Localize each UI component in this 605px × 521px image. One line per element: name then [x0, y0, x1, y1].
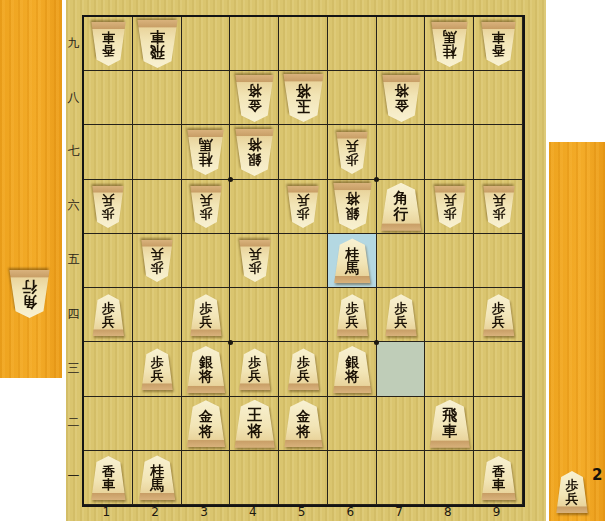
rank-label-三: 三 — [66, 362, 81, 374]
square-5七[interactable] — [279, 125, 328, 179]
piece-kanji: 兵 — [102, 194, 115, 207]
piece-歩兵-7四[interactable]: 歩兵 — [385, 294, 417, 336]
piece-kanji: 将 — [199, 369, 213, 383]
square-3二[interactable]: 金将 — [182, 397, 231, 451]
piece-歩兵-2三[interactable]: 歩兵 — [141, 348, 173, 390]
hand-count-pawns: 2 — [592, 466, 602, 484]
piece-kanji: 銀 — [248, 153, 262, 167]
piece-香車-9一[interactable]: 香車 — [481, 456, 516, 500]
square-4九[interactable] — [230, 17, 279, 71]
piece-kanji: 車 — [102, 31, 115, 44]
piece-金将-4八[interactable]: 金将 — [235, 75, 274, 122]
square-8三[interactable] — [425, 342, 474, 396]
square-1一[interactable]: 香車 — [84, 451, 133, 505]
gote-captured-tray[interactable] — [0, 0, 62, 378]
piece-kanji: 車 — [442, 424, 457, 439]
piece-歩兵-2五[interactable]: 歩兵 — [141, 240, 173, 282]
piece-王将-4二[interactable]: 王将 — [234, 400, 275, 448]
piece-kanji: 兵 — [248, 369, 261, 382]
rank-label-七: 七 — [66, 145, 81, 157]
piece-kanji: 将 — [296, 424, 310, 438]
square-1八[interactable] — [84, 71, 133, 125]
piece-kanji: 兵 — [395, 315, 408, 328]
square-7四[interactable]: 歩兵 — [377, 288, 426, 342]
square-7八[interactable]: 金将 — [377, 71, 426, 125]
square-9四[interactable]: 歩兵 — [474, 288, 523, 342]
file-label-2: 2 — [145, 506, 165, 519]
piece-kanji: 馬 — [443, 30, 457, 44]
square-2四[interactable] — [133, 288, 182, 342]
piece-kanji: 金 — [394, 98, 408, 112]
file-label-1: 1 — [96, 506, 116, 519]
square-4六[interactable] — [230, 180, 279, 234]
piece-kanji: 兵 — [492, 194, 505, 207]
shogi-app-window: 香車飛車桂馬香車金将玉将金将桂馬銀将歩兵歩兵歩兵歩兵銀将角行歩兵歩兵歩兵歩兵桂馬… — [0, 0, 605, 521]
piece-kanji: 兵 — [443, 194, 456, 207]
square-8四[interactable] — [425, 288, 474, 342]
piece-face: 歩兵 — [141, 240, 173, 282]
square-5九[interactable] — [279, 17, 328, 71]
piece-kanji: 桂 — [150, 464, 164, 478]
square-4三[interactable]: 歩兵 — [230, 342, 279, 396]
piece-kanji: 将 — [248, 138, 262, 152]
square-1七[interactable] — [84, 125, 133, 179]
piece-kanji: 銀 — [345, 355, 359, 369]
piece-kanji: 兵 — [566, 492, 579, 505]
square-5三[interactable]: 歩兵 — [279, 342, 328, 396]
rank-label-八: 八 — [66, 91, 81, 103]
square-5六[interactable]: 歩兵 — [279, 180, 328, 234]
piece-香車-1九[interactable]: 香車 — [91, 22, 126, 66]
piece-face: 香車 — [91, 456, 126, 500]
piece-kanji: 桂 — [443, 44, 457, 58]
piece-飛車-2九[interactable]: 飛車 — [137, 20, 178, 68]
piece-kanji: 将 — [199, 424, 213, 438]
piece-kanji: 兵 — [102, 315, 115, 328]
piece-金将-3二[interactable]: 金将 — [186, 400, 225, 447]
square-2九[interactable]: 飛車 — [133, 17, 182, 71]
piece-歩兵-9四[interactable]: 歩兵 — [483, 294, 515, 336]
piece-face: 歩兵 — [287, 348, 319, 390]
square-6四[interactable]: 歩兵 — [328, 288, 377, 342]
piece-kanji: 歩 — [297, 356, 310, 369]
square-2一[interactable]: 桂馬 — [133, 451, 182, 505]
piece-kanji: 馬 — [150, 478, 164, 492]
piece-face: 歩兵 — [483, 186, 515, 228]
rank-label-九: 九 — [66, 37, 81, 49]
piece-歩兵-6七[interactable]: 歩兵 — [336, 132, 368, 174]
square-8九[interactable]: 桂馬 — [425, 17, 474, 71]
piece-kanji: 角 — [22, 294, 37, 309]
piece-face: 金将 — [186, 400, 225, 447]
piece-銀将-6三[interactable]: 銀将 — [333, 346, 372, 393]
square-8二[interactable]: 飛車 — [425, 397, 474, 451]
piece-kanji: 歩 — [199, 302, 212, 315]
piece-face: 角行 — [9, 270, 50, 318]
square-1九[interactable]: 香車 — [84, 17, 133, 71]
piece-face: 王将 — [234, 400, 275, 448]
piece-飛車-8二[interactable]: 飛車 — [429, 400, 470, 448]
square-6五[interactable]: 桂馬 — [328, 234, 377, 288]
piece-kanji: 歩 — [248, 356, 261, 369]
piece-kanji: 香 — [102, 465, 115, 478]
piece-face: 飛車 — [137, 20, 178, 68]
square-7六[interactable]: 角行 — [377, 180, 426, 234]
piece-角行-hand-left[interactable]: 角行 — [9, 270, 50, 318]
square-2六[interactable] — [133, 180, 182, 234]
piece-kanji: 馬 — [345, 261, 359, 275]
piece-kanji: 歩 — [297, 207, 310, 220]
piece-kanji: 歩 — [492, 302, 505, 315]
piece-kanji: 歩 — [395, 302, 408, 315]
piece-face: 歩兵 — [141, 348, 173, 390]
piece-歩兵-5三[interactable]: 歩兵 — [287, 348, 319, 390]
square-7九[interactable] — [377, 17, 426, 71]
piece-face: 玉将 — [283, 74, 324, 122]
piece-kanji: 車 — [492, 31, 505, 44]
piece-玉将-5八[interactable]: 玉将 — [283, 74, 324, 122]
square-6六[interactable]: 銀将 — [328, 180, 377, 234]
square-8六[interactable]: 歩兵 — [425, 180, 474, 234]
piece-金将-5二[interactable]: 金将 — [284, 400, 323, 447]
rank-label-一: 一 — [66, 470, 81, 482]
square-2二[interactable] — [133, 397, 182, 451]
piece-kanji: 歩 — [199, 207, 212, 220]
piece-face: 金将 — [382, 75, 421, 122]
piece-香車-9九[interactable]: 香車 — [481, 22, 516, 66]
piece-歩兵-1四[interactable]: 歩兵 — [92, 294, 124, 336]
square-3四[interactable]: 歩兵 — [182, 288, 231, 342]
piece-歩兵-6四[interactable]: 歩兵 — [336, 294, 368, 336]
square-9九[interactable]: 香車 — [474, 17, 523, 71]
piece-桂馬-2一[interactable]: 桂馬 — [139, 455, 176, 500]
square-9六[interactable]: 歩兵 — [474, 180, 523, 234]
piece-kanji: 将 — [345, 369, 359, 383]
square-5二[interactable]: 金将 — [279, 397, 328, 451]
piece-kanji: 歩 — [346, 153, 359, 166]
piece-kanji: 飛 — [150, 44, 165, 59]
square-6二[interactable] — [328, 397, 377, 451]
star-point — [374, 340, 379, 345]
piece-歩兵-1六[interactable]: 歩兵 — [92, 186, 124, 228]
square-5一[interactable] — [279, 451, 328, 505]
piece-kanji: 金 — [199, 409, 213, 423]
piece-桂馬-6五[interactable]: 桂馬 — [334, 238, 371, 283]
square-4八[interactable]: 金将 — [230, 71, 279, 125]
file-label-6: 6 — [340, 506, 360, 519]
piece-kanji: 歩 — [102, 207, 115, 220]
file-label-9: 9 — [487, 506, 507, 519]
shogi-board: 香車飛車桂馬香車金将玉将金将桂馬銀将歩兵歩兵歩兵歩兵銀将角行歩兵歩兵歩兵歩兵桂馬… — [82, 15, 525, 507]
piece-face: 桂馬 — [431, 22, 468, 67]
piece-face: 香車 — [91, 22, 126, 66]
square-8八[interactable] — [425, 71, 474, 125]
piece-kanji: 歩 — [151, 356, 164, 369]
rank-label-二: 二 — [66, 416, 81, 428]
piece-kanji: 銀 — [199, 355, 213, 369]
piece-kanji: 兵 — [199, 315, 212, 328]
square-7五[interactable] — [377, 234, 426, 288]
piece-kanji: 兵 — [297, 194, 310, 207]
piece-kanji: 兵 — [492, 315, 505, 328]
piece-kanji: 兵 — [297, 369, 310, 382]
square-3三[interactable]: 銀将 — [182, 342, 231, 396]
square-6九[interactable] — [328, 17, 377, 71]
piece-face: 歩兵 — [385, 294, 417, 336]
rank-label-四: 四 — [66, 308, 81, 320]
rank-label-六: 六 — [66, 199, 81, 211]
piece-face: 歩兵 — [556, 471, 588, 513]
piece-kanji: 兵 — [346, 315, 359, 328]
piece-kanji: 将 — [345, 193, 359, 207]
piece-歩兵-8六[interactable]: 歩兵 — [434, 186, 466, 228]
piece-kanji: 行 — [22, 279, 37, 294]
piece-face: 歩兵 — [287, 186, 319, 228]
square-2五[interactable]: 歩兵 — [133, 234, 182, 288]
piece-face: 歩兵 — [239, 240, 271, 282]
square-6一[interactable] — [328, 451, 377, 505]
piece-kanji: 将 — [296, 83, 311, 98]
piece-kanji: 歩 — [102, 302, 115, 315]
piece-歩兵-3四[interactable]: 歩兵 — [190, 294, 222, 336]
piece-銀将-3三[interactable]: 銀将 — [186, 346, 225, 393]
piece-kanji: 将 — [247, 424, 262, 439]
square-6七[interactable]: 歩兵 — [328, 125, 377, 179]
square-5八[interactable]: 玉将 — [279, 71, 328, 125]
square-8一[interactable] — [425, 451, 474, 505]
square-2八[interactable] — [133, 71, 182, 125]
piece-kanji: 銀 — [345, 207, 359, 221]
piece-kanji: 将 — [394, 84, 408, 98]
square-1三[interactable] — [84, 342, 133, 396]
piece-kanji: 金 — [248, 98, 262, 112]
square-5四[interactable] — [279, 288, 328, 342]
sente-captured-tray[interactable] — [549, 142, 605, 521]
piece-face: 歩兵 — [190, 186, 222, 228]
piece-kanji: 香 — [102, 44, 115, 57]
square-4二[interactable]: 王将 — [230, 397, 279, 451]
square-4五[interactable]: 歩兵 — [230, 234, 279, 288]
piece-face: 歩兵 — [190, 294, 222, 336]
square-6八[interactable] — [328, 71, 377, 125]
square-3六[interactable]: 歩兵 — [182, 180, 231, 234]
piece-角行-7六[interactable]: 角行 — [381, 183, 422, 231]
piece-銀将-6六[interactable]: 銀将 — [333, 183, 372, 230]
piece-kanji: 歩 — [443, 207, 456, 220]
piece-kanji: 玉 — [296, 98, 311, 113]
piece-face: 金将 — [235, 75, 274, 122]
piece-kanji: 兵 — [346, 139, 359, 152]
piece-face: 桂馬 — [139, 455, 176, 500]
piece-kanji: 車 — [492, 478, 505, 491]
piece-face: 香車 — [481, 456, 516, 500]
square-9八[interactable] — [474, 71, 523, 125]
square-1五[interactable] — [84, 234, 133, 288]
star-point — [228, 340, 233, 345]
square-3五[interactable] — [182, 234, 231, 288]
file-label-8: 8 — [438, 506, 458, 519]
piece-face: 銀将 — [333, 346, 372, 393]
file-label-7: 7 — [389, 506, 409, 519]
piece-kanji: 車 — [102, 478, 115, 491]
square-3七[interactable]: 桂馬 — [182, 125, 231, 179]
piece-歩兵-hand-right[interactable]: 歩兵 — [556, 471, 588, 513]
square-8七[interactable] — [425, 125, 474, 179]
square-1六[interactable]: 歩兵 — [84, 180, 133, 234]
square-7三[interactable] — [377, 342, 426, 396]
square-3一[interactable] — [182, 451, 231, 505]
file-label-4: 4 — [243, 506, 263, 519]
piece-kanji: 馬 — [199, 138, 213, 152]
piece-face: 銀将 — [186, 346, 225, 393]
piece-kanji: 行 — [394, 207, 409, 222]
piece-kanji: 車 — [150, 29, 165, 44]
piece-歩兵-4三[interactable]: 歩兵 — [239, 348, 271, 390]
piece-face: 歩兵 — [336, 294, 368, 336]
piece-kanji: 兵 — [151, 369, 164, 382]
piece-歩兵-4五[interactable]: 歩兵 — [239, 240, 271, 282]
square-1四[interactable]: 歩兵 — [84, 288, 133, 342]
square-9一[interactable]: 香車 — [474, 451, 523, 505]
piece-face: 桂馬 — [187, 130, 224, 175]
piece-face: 桂馬 — [334, 238, 371, 283]
square-6三[interactable]: 銀将 — [328, 342, 377, 396]
square-3九[interactable] — [182, 17, 231, 71]
piece-face: 銀将 — [235, 129, 274, 176]
square-8五[interactable] — [425, 234, 474, 288]
piece-歩兵-5六[interactable]: 歩兵 — [287, 186, 319, 228]
piece-香車-1一[interactable]: 香車 — [91, 456, 126, 500]
square-1二[interactable] — [84, 397, 133, 451]
square-7一[interactable] — [377, 451, 426, 505]
piece-kanji: 兵 — [248, 248, 261, 261]
piece-kanji: 歩 — [492, 207, 505, 220]
square-2三[interactable]: 歩兵 — [133, 342, 182, 396]
piece-kanji: 将 — [248, 84, 262, 98]
file-label-3: 3 — [194, 506, 214, 519]
rank-label-五: 五 — [66, 253, 81, 265]
piece-銀将-4七[interactable]: 銀将 — [235, 129, 274, 176]
piece-kanji: 兵 — [151, 248, 164, 261]
piece-face: 銀将 — [333, 183, 372, 230]
piece-kanji: 桂 — [199, 153, 213, 167]
piece-kanji: 歩 — [248, 261, 261, 274]
piece-face: 香車 — [481, 22, 516, 66]
piece-歩兵-3六[interactable]: 歩兵 — [190, 186, 222, 228]
square-4一[interactable] — [230, 451, 279, 505]
piece-kanji: 歩 — [346, 302, 359, 315]
square-9七[interactable] — [474, 125, 523, 179]
piece-kanji: 歩 — [151, 261, 164, 274]
piece-face: 歩兵 — [336, 132, 368, 174]
square-5五[interactable] — [279, 234, 328, 288]
piece-kanji: 香 — [492, 44, 505, 57]
square-3八[interactable] — [182, 71, 231, 125]
piece-face: 歩兵 — [483, 294, 515, 336]
file-label-5: 5 — [292, 506, 312, 519]
piece-金将-7八[interactable]: 金将 — [382, 75, 421, 122]
piece-face: 歩兵 — [92, 186, 124, 228]
square-7七[interactable] — [377, 125, 426, 179]
piece-face: 歩兵 — [434, 186, 466, 228]
square-9五[interactable] — [474, 234, 523, 288]
square-7二[interactable] — [377, 397, 426, 451]
piece-face: 歩兵 — [92, 294, 124, 336]
piece-face: 歩兵 — [239, 348, 271, 390]
piece-face: 金将 — [284, 400, 323, 447]
square-4四[interactable] — [230, 288, 279, 342]
piece-kanji: 金 — [296, 409, 310, 423]
star-point — [228, 177, 233, 182]
piece-kanji: 兵 — [199, 194, 212, 207]
square-4七[interactable]: 銀将 — [230, 125, 279, 179]
piece-kanji: 香 — [492, 465, 505, 478]
square-9三[interactable] — [474, 342, 523, 396]
piece-桂馬-3七[interactable]: 桂馬 — [187, 130, 224, 175]
piece-桂馬-8九[interactable]: 桂馬 — [431, 22, 468, 67]
piece-歩兵-9六[interactable]: 歩兵 — [483, 186, 515, 228]
piece-face: 飛車 — [429, 400, 470, 448]
square-9二[interactable] — [474, 397, 523, 451]
piece-kanji: 桂 — [345, 247, 359, 261]
square-2七[interactable] — [133, 125, 182, 179]
piece-kanji: 歩 — [566, 479, 579, 492]
piece-face: 角行 — [381, 183, 422, 231]
